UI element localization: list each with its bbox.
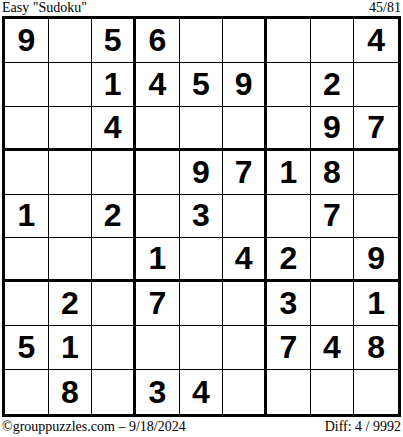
cell-r8c7[interactable]: 7	[267, 326, 311, 370]
cell-r2c6[interactable]: 9	[223, 63, 267, 107]
header: Easy "Sudoku" 45/81	[2, 0, 401, 16]
cell-r8c1[interactable]: 5	[5, 326, 49, 370]
cell-r5c6[interactable]	[223, 195, 267, 239]
cell-r6c5[interactable]	[180, 238, 224, 282]
cell-r4c7[interactable]: 1	[267, 151, 311, 195]
cell-r3c4[interactable]	[136, 107, 180, 151]
cell-r9c2[interactable]: 8	[49, 370, 93, 414]
cell-r5c8[interactable]: 7	[311, 195, 355, 239]
cell-r1c8[interactable]	[311, 19, 355, 63]
cell-r5c1[interactable]: 1	[5, 195, 49, 239]
cell-r6c6[interactable]: 4	[223, 238, 267, 282]
cell-r1c2[interactable]	[49, 19, 93, 63]
cell-r8c4[interactable]	[136, 326, 180, 370]
cell-r2c9[interactable]	[354, 63, 398, 107]
cell-r8c9[interactable]: 8	[354, 326, 398, 370]
cell-r7c7[interactable]: 3	[267, 282, 311, 326]
sudoku-grid: 956414592497971812371429273151748834	[2, 16, 401, 417]
cell-r1c7[interactable]	[267, 19, 311, 63]
cell-r9c6[interactable]	[223, 370, 267, 414]
cell-r5c5[interactable]: 3	[180, 195, 224, 239]
cell-r5c7[interactable]	[267, 195, 311, 239]
cell-r6c1[interactable]	[5, 238, 49, 282]
cell-r9c3[interactable]	[92, 370, 136, 414]
cell-r1c5[interactable]	[180, 19, 224, 63]
cell-r9c9[interactable]	[354, 370, 398, 414]
cell-r3c6[interactable]	[223, 107, 267, 151]
cell-r7c3[interactable]	[92, 282, 136, 326]
cell-r3c7[interactable]	[267, 107, 311, 151]
cell-r3c3[interactable]: 4	[92, 107, 136, 151]
puzzle-page: Easy "Sudoku" 45/81 95641459249797181237…	[0, 0, 403, 437]
cell-r5c4[interactable]	[136, 195, 180, 239]
cell-r1c3[interactable]: 5	[92, 19, 136, 63]
cell-r7c5[interactable]	[180, 282, 224, 326]
cells-remaining-counter: 45/81	[369, 0, 401, 15]
cell-r4c2[interactable]	[49, 151, 93, 195]
cell-r5c2[interactable]	[49, 195, 93, 239]
cell-r8c5[interactable]	[180, 326, 224, 370]
cell-r8c8[interactable]: 4	[311, 326, 355, 370]
cell-r9c4[interactable]: 3	[136, 370, 180, 414]
cell-r2c8[interactable]: 2	[311, 63, 355, 107]
cell-r3c9[interactable]: 7	[354, 107, 398, 151]
cell-r6c7[interactable]: 2	[267, 238, 311, 282]
cell-r6c8[interactable]	[311, 238, 355, 282]
cell-r1c4[interactable]: 6	[136, 19, 180, 63]
cell-r3c1[interactable]	[5, 107, 49, 151]
cell-r3c5[interactable]	[180, 107, 224, 151]
cell-r5c9[interactable]	[354, 195, 398, 239]
cell-r2c4[interactable]: 4	[136, 63, 180, 107]
cell-r2c5[interactable]: 5	[180, 63, 224, 107]
cell-r4c8[interactable]: 8	[311, 151, 355, 195]
cell-r4c9[interactable]	[354, 151, 398, 195]
page-title: Easy "Sudoku"	[2, 0, 87, 15]
cell-r6c4[interactable]: 1	[136, 238, 180, 282]
cell-r2c3[interactable]: 1	[92, 63, 136, 107]
cell-r3c8[interactable]: 9	[311, 107, 355, 151]
cell-r7c1[interactable]	[5, 282, 49, 326]
cell-r7c2[interactable]: 2	[49, 282, 93, 326]
cell-r1c1[interactable]: 9	[5, 19, 49, 63]
cell-r7c9[interactable]: 1	[354, 282, 398, 326]
cell-r9c5[interactable]: 4	[180, 370, 224, 414]
cell-r7c8[interactable]	[311, 282, 355, 326]
cell-r1c6[interactable]	[223, 19, 267, 63]
cell-r8c3[interactable]	[92, 326, 136, 370]
cell-r7c4[interactable]: 7	[136, 282, 180, 326]
cell-r9c8[interactable]	[311, 370, 355, 414]
cell-r4c1[interactable]	[5, 151, 49, 195]
cell-r6c2[interactable]	[49, 238, 93, 282]
cell-r3c2[interactable]	[49, 107, 93, 151]
difficulty-text: Diff: 4 / 9992	[325, 419, 401, 435]
cell-r2c7[interactable]	[267, 63, 311, 107]
cell-r4c5[interactable]: 9	[180, 151, 224, 195]
copyright-text: ©grouppuzzles.com – 9/18/2024	[2, 419, 186, 435]
cell-r8c6[interactable]	[223, 326, 267, 370]
cell-r1c9[interactable]: 4	[354, 19, 398, 63]
cell-r9c1[interactable]	[5, 370, 49, 414]
footer: ©grouppuzzles.com – 9/18/2024 Diff: 4 / …	[2, 418, 401, 435]
cell-r9c7[interactable]	[267, 370, 311, 414]
cell-r2c2[interactable]	[49, 63, 93, 107]
cell-r2c1[interactable]	[5, 63, 49, 107]
cell-r6c3[interactable]	[92, 238, 136, 282]
cell-r8c2[interactable]: 1	[49, 326, 93, 370]
cell-r4c3[interactable]	[92, 151, 136, 195]
cell-r7c6[interactable]	[223, 282, 267, 326]
cell-r6c9[interactable]: 9	[354, 238, 398, 282]
cell-r4c4[interactable]	[136, 151, 180, 195]
cell-r4c6[interactable]: 7	[223, 151, 267, 195]
cell-r5c3[interactable]: 2	[92, 195, 136, 239]
